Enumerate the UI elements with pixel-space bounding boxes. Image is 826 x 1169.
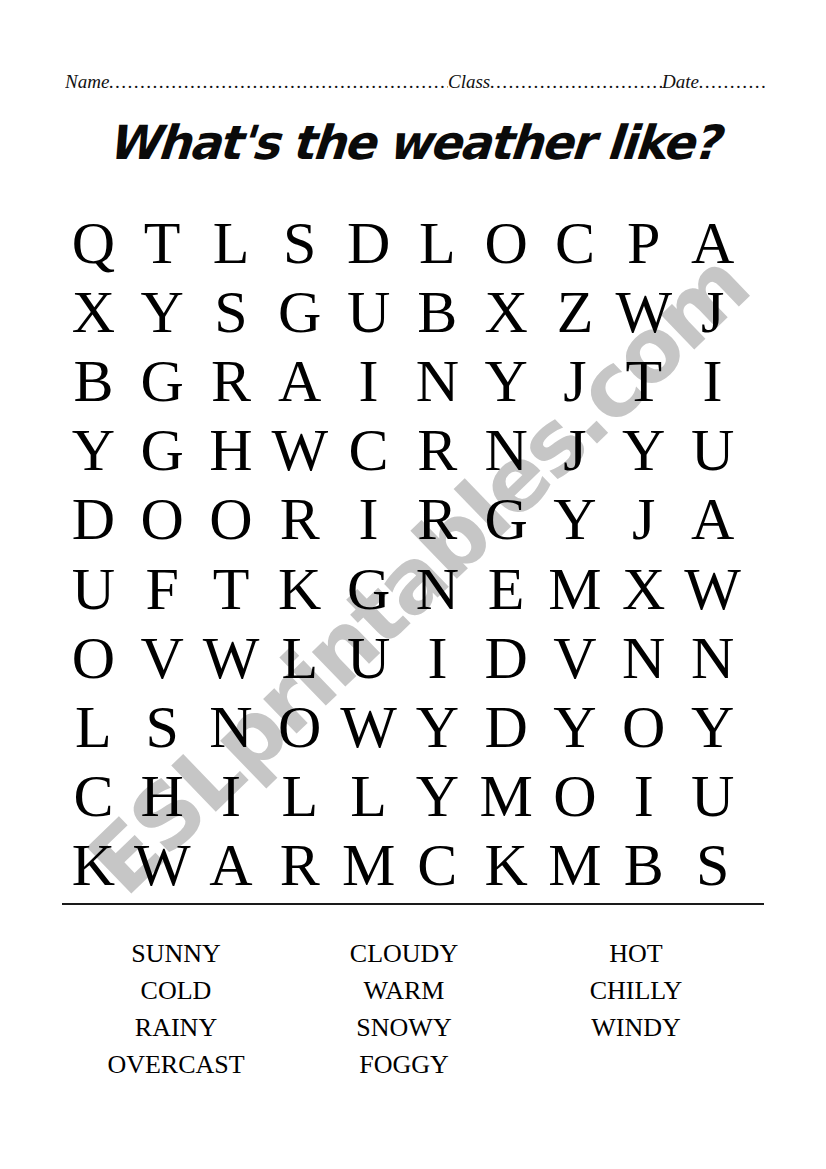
- grid-cell[interactable]: J: [609, 485, 678, 554]
- grid-cell[interactable]: W: [609, 277, 678, 346]
- grid-cell[interactable]: U: [334, 623, 403, 692]
- grid-cell[interactable]: K: [59, 831, 128, 900]
- word-search-grid: QTLSDLOCPAXYSGUBXZWJBGRAINYJTIYGHWCRNJYU…: [59, 208, 747, 900]
- grid-cell[interactable]: S: [678, 831, 747, 900]
- grid-cell[interactable]: B: [403, 277, 472, 346]
- grid-cell[interactable]: Y: [403, 692, 472, 761]
- grid-cell[interactable]: A: [678, 208, 747, 277]
- grid-cell[interactable]: Y: [472, 346, 541, 415]
- grid-cell[interactable]: W: [334, 692, 403, 761]
- grid-cell[interactable]: G: [472, 485, 541, 554]
- grid-cell[interactable]: L: [334, 762, 403, 831]
- grid-cell[interactable]: W: [678, 554, 747, 623]
- class-label: Class: [448, 71, 490, 95]
- grid-cell[interactable]: Y: [59, 416, 128, 485]
- grid-cell[interactable]: M: [541, 831, 610, 900]
- grid-cell[interactable]: O: [265, 692, 334, 761]
- grid-cell[interactable]: C: [403, 831, 472, 900]
- grid-cell[interactable]: J: [541, 346, 610, 415]
- grid-cell[interactable]: D: [472, 692, 541, 761]
- grid-cell[interactable]: C: [59, 762, 128, 831]
- grid-cell[interactable]: P: [609, 208, 678, 277]
- grid-cell[interactable]: L: [265, 623, 334, 692]
- grid-cell[interactable]: X: [609, 554, 678, 623]
- grid-cell[interactable]: O: [609, 692, 678, 761]
- grid-cell[interactable]: W: [197, 623, 266, 692]
- word-list-item: CLOUDY: [294, 935, 514, 972]
- grid-cell[interactable]: U: [334, 277, 403, 346]
- name-dotted-line: ........................................…: [109, 71, 448, 95]
- date-dotted-line: ........................................…: [699, 71, 765, 95]
- class-dotted-line: ........................................…: [490, 71, 662, 95]
- word-list-column: SUNNYCOLDRAINYOVERCAST: [66, 935, 286, 1083]
- grid-cell[interactable]: N: [403, 346, 472, 415]
- grid-cell[interactable]: Z: [541, 277, 610, 346]
- grid-cell[interactable]: U: [678, 416, 747, 485]
- grid-cell[interactable]: D: [59, 485, 128, 554]
- grid-cell[interactable]: J: [541, 416, 610, 485]
- grid-cell[interactable]: M: [541, 554, 610, 623]
- word-list-column: HOTCHILLYWINDY: [526, 935, 746, 1046]
- grid-cell[interactable]: L: [265, 762, 334, 831]
- grid-cell[interactable]: I: [403, 623, 472, 692]
- grid-cell[interactable]: O: [197, 485, 266, 554]
- grid-cell[interactable]: M: [334, 831, 403, 900]
- grid-cell[interactable]: Y: [678, 692, 747, 761]
- grid-cell[interactable]: J: [678, 277, 747, 346]
- word-list-item: COLD: [66, 972, 286, 1009]
- grid-cell[interactable]: Q: [59, 208, 128, 277]
- grid-cell[interactable]: N: [678, 623, 747, 692]
- grid-cell[interactable]: D: [334, 208, 403, 277]
- word-list-item: HOT: [526, 935, 746, 972]
- grid-cell[interactable]: F: [128, 554, 197, 623]
- grid-cell[interactable]: R: [403, 416, 472, 485]
- name-label: Name: [65, 71, 109, 95]
- word-list-item: OVERCAST: [66, 1046, 286, 1083]
- grid-cell[interactable]: R: [265, 831, 334, 900]
- grid-cell[interactable]: N: [609, 623, 678, 692]
- grid-cell[interactable]: I: [678, 346, 747, 415]
- date-label: Date: [662, 71, 699, 95]
- word-list-item: SNOWY: [294, 1009, 514, 1046]
- grid-cell[interactable]: Y: [609, 416, 678, 485]
- word-list-column: CLOUDYWARMSNOWYFOGGY: [294, 935, 514, 1083]
- word-list-item: WINDY: [526, 1009, 746, 1046]
- grid-cell[interactable]: L: [59, 692, 128, 761]
- divider-line: [62, 903, 764, 905]
- grid-cell[interactable]: B: [609, 831, 678, 900]
- grid-cell[interactable]: L: [403, 208, 472, 277]
- header-line: Name ...................................…: [65, 71, 765, 95]
- grid-cell[interactable]: K: [472, 831, 541, 900]
- grid-cell[interactable]: Y: [541, 692, 610, 761]
- grid-cell[interactable]: E: [472, 554, 541, 623]
- grid-cell[interactable]: I: [334, 485, 403, 554]
- grid-cell[interactable]: O: [59, 623, 128, 692]
- grid-cell[interactable]: I: [334, 346, 403, 415]
- grid-cell[interactable]: I: [197, 762, 266, 831]
- grid-cell[interactable]: Y: [541, 485, 610, 554]
- grid-cell[interactable]: X: [472, 277, 541, 346]
- grid-cell[interactable]: T: [609, 346, 678, 415]
- grid-cell[interactable]: G: [128, 416, 197, 485]
- grid-cell[interactable]: N: [197, 692, 266, 761]
- word-list-item: RAINY: [66, 1009, 286, 1046]
- grid-cell[interactable]: C: [334, 416, 403, 485]
- grid-cell[interactable]: S: [128, 692, 197, 761]
- grid-cell[interactable]: W: [265, 416, 334, 485]
- grid-cell[interactable]: W: [128, 831, 197, 900]
- grid-cell[interactable]: G: [128, 346, 197, 415]
- class-field-segment: Class ..................................…: [448, 71, 662, 95]
- grid-cell[interactable]: Y: [403, 762, 472, 831]
- grid-cell[interactable]: C: [541, 208, 610, 277]
- grid-cell[interactable]: O: [472, 208, 541, 277]
- grid-cell[interactable]: G: [265, 277, 334, 346]
- grid-cell[interactable]: Y: [128, 277, 197, 346]
- grid-cell[interactable]: H: [197, 416, 266, 485]
- word-list-item: SUNNY: [66, 935, 286, 972]
- grid-cell[interactable]: L: [197, 208, 266, 277]
- grid-cell[interactable]: S: [265, 208, 334, 277]
- name-field-segment: Name ...................................…: [65, 71, 448, 95]
- grid-cell[interactable]: T: [128, 208, 197, 277]
- grid-cell[interactable]: X: [59, 277, 128, 346]
- grid-cell[interactable]: D: [472, 623, 541, 692]
- word-list-item: CHILLY: [526, 972, 746, 1009]
- grid-cell[interactable]: O: [541, 762, 610, 831]
- grid-cell[interactable]: N: [403, 554, 472, 623]
- date-field-segment: Date ...................................…: [662, 71, 765, 95]
- grid-cell[interactable]: I: [609, 762, 678, 831]
- worksheet-title: What's the weather like?: [0, 107, 826, 179]
- grid-cell[interactable]: M: [472, 762, 541, 831]
- grid-cell[interactable]: U: [59, 554, 128, 623]
- grid-cell[interactable]: R: [265, 485, 334, 554]
- grid-cell[interactable]: A: [678, 485, 747, 554]
- grid-cell[interactable]: V: [128, 623, 197, 692]
- word-list-item: FOGGY: [294, 1046, 514, 1083]
- word-list-item: WARM: [294, 972, 514, 1009]
- worksheet-page: Name ...................................…: [0, 0, 826, 1169]
- grid-cell[interactable]: S: [197, 277, 266, 346]
- grid-cell[interactable]: R: [197, 346, 266, 415]
- grid-cell[interactable]: R: [403, 485, 472, 554]
- grid-cell[interactable]: A: [265, 346, 334, 415]
- grid-cell[interactable]: U: [678, 762, 747, 831]
- grid-cell[interactable]: V: [541, 623, 610, 692]
- grid-cell[interactable]: G: [334, 554, 403, 623]
- grid-cell[interactable]: N: [472, 416, 541, 485]
- grid-cell[interactable]: B: [59, 346, 128, 415]
- grid-cell[interactable]: K: [265, 554, 334, 623]
- grid-cell[interactable]: T: [197, 554, 266, 623]
- grid-cell[interactable]: O: [128, 485, 197, 554]
- grid-cell[interactable]: A: [197, 831, 266, 900]
- grid-cell[interactable]: H: [128, 762, 197, 831]
